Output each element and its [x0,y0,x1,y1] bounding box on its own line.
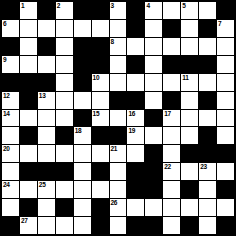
open-cell[interactable] [217,74,234,91]
clue-number: 11 [182,74,188,81]
block-cell [127,92,144,109]
open-cell[interactable] [56,20,73,37]
open-cell[interactable] [199,2,216,19]
block-cell [2,38,19,55]
open-cell[interactable] [145,127,162,144]
block-cell [20,92,37,109]
block-cell [110,127,127,144]
clue-number: 19 [128,127,135,134]
block-cell [145,110,162,127]
open-cell[interactable]: 15 [92,110,109,127]
clue-number: 3 [111,2,114,9]
block-cell [92,199,109,216]
open-cell[interactable] [199,38,216,55]
block-cell [217,181,234,198]
block-cell [20,74,37,91]
open-cell[interactable] [217,38,234,55]
open-cell[interactable] [163,2,180,19]
clue-number: 13 [39,92,46,99]
open-cell[interactable] [181,110,198,127]
open-cell[interactable]: 26 [110,199,127,216]
open-cell[interactable] [110,110,127,127]
open-cell[interactable]: 12 [2,92,19,109]
block-cell [199,20,216,37]
clue-number: 25 [39,181,46,188]
open-cell[interactable] [92,20,109,37]
open-cell[interactable]: 10 [92,74,109,91]
clue-number: 23 [200,163,207,170]
open-cell[interactable] [74,217,91,234]
open-cell[interactable] [199,181,216,198]
block-cell [181,56,198,73]
clue-number: 4 [146,2,149,9]
open-cell[interactable] [110,74,127,91]
block-cell [163,56,180,73]
clue-number: 7 [218,20,221,27]
clue-number: 9 [3,56,6,63]
block-cell [199,56,216,73]
clue-number: 24 [3,181,10,188]
open-cell[interactable]: 16 [127,110,144,127]
block-cell [127,217,144,234]
open-cell[interactable] [127,74,144,91]
clue-number: 18 [75,127,82,134]
open-cell[interactable] [145,20,162,37]
block-cell [74,2,91,19]
block-cell [199,92,216,109]
block-cell [92,2,109,19]
open-cell[interactable] [92,181,109,198]
open-cell[interactable] [163,181,180,198]
open-cell[interactable] [20,38,37,55]
open-cell[interactable] [163,145,180,162]
clue-number: 8 [111,38,114,45]
open-cell[interactable]: 27 [20,217,37,234]
block-cell [2,2,19,19]
block-cell [74,110,91,127]
open-cell[interactable]: 3 [110,2,127,19]
open-cell[interactable] [56,92,73,109]
open-cell[interactable] [56,74,73,91]
open-cell[interactable] [20,145,37,162]
block-cell [217,2,234,19]
block-cell [127,2,144,19]
block-cell [56,163,73,180]
open-cell[interactable]: 21 [110,145,127,162]
crossword-grid: 1234567891011121314151617181920212223242… [0,0,236,236]
clue-number: 12 [3,92,10,99]
open-cell[interactable] [110,163,127,180]
clue-number: 1 [21,2,24,9]
clue-number: 6 [3,20,6,27]
block-cell [20,163,37,180]
clue-number: 17 [164,110,171,117]
open-cell[interactable] [217,199,234,216]
open-cell[interactable] [74,92,91,109]
open-cell[interactable] [145,199,162,216]
open-cell[interactable] [181,127,198,144]
clue-number: 5 [182,2,185,9]
block-cell [74,56,91,73]
open-cell[interactable]: 11 [181,74,198,91]
open-cell[interactable] [163,38,180,55]
open-cell[interactable] [56,56,73,73]
block-cell [181,217,198,234]
block-cell [163,20,180,37]
open-cell[interactable] [110,20,127,37]
block-cell [145,217,162,234]
clue-number: 10 [93,74,100,81]
block-cell [199,127,216,144]
open-cell[interactable] [2,127,19,144]
open-cell[interactable] [181,38,198,55]
open-cell[interactable] [217,127,234,144]
block-cell [110,92,127,109]
block-cell [217,145,234,162]
open-cell[interactable] [92,92,109,109]
open-cell[interactable]: 24 [2,181,19,198]
clue-number: 2 [57,2,60,9]
block-cell [127,20,144,37]
open-cell[interactable] [74,181,91,198]
open-cell[interactable]: 6 [2,20,19,37]
open-cell[interactable] [56,145,73,162]
open-cell[interactable] [163,199,180,216]
crossword-screenshot: 1234567891011121314151617181920212223242… [0,0,236,236]
open-cell[interactable] [20,56,37,73]
block-cell [92,217,109,234]
open-cell[interactable] [145,38,162,55]
open-cell[interactable] [145,92,162,109]
open-cell[interactable] [2,199,19,216]
block-cell [145,181,162,198]
open-cell[interactable]: 5 [181,2,198,19]
open-cell[interactable] [56,110,73,127]
open-cell[interactable]: 25 [38,181,55,198]
open-cell[interactable] [38,127,55,144]
open-cell[interactable] [110,217,127,234]
block-cell [56,127,73,144]
open-cell[interactable] [56,217,73,234]
open-cell[interactable] [181,163,198,180]
clue-number: 20 [3,145,10,152]
open-cell[interactable]: 22 [163,163,180,180]
open-cell[interactable] [38,199,55,216]
block-cell [181,145,198,162]
open-cell[interactable] [74,20,91,37]
open-cell[interactable] [217,110,234,127]
open-cell[interactable] [127,145,144,162]
block-cell [38,2,55,19]
open-cell[interactable]: 19 [127,127,144,144]
open-cell[interactable]: 17 [163,110,180,127]
block-cell [127,56,144,73]
clue-number: 15 [93,110,100,117]
open-cell[interactable] [181,20,198,37]
open-cell[interactable]: 4 [145,2,162,19]
open-cell[interactable] [163,217,180,234]
block-cell [74,74,91,91]
open-cell[interactable] [217,163,234,180]
open-cell[interactable] [92,145,109,162]
block-cell [127,181,144,198]
open-cell[interactable] [74,199,91,216]
block-cell [163,92,180,109]
block-cell [38,163,55,180]
open-cell[interactable] [145,74,162,91]
open-cell[interactable] [20,20,37,37]
open-cell[interactable] [2,163,19,180]
block-cell [92,163,109,180]
block-cell [145,145,162,162]
open-cell[interactable] [74,163,91,180]
open-cell[interactable] [163,127,180,144]
open-cell[interactable] [199,199,216,216]
open-cell[interactable] [127,199,144,216]
clue-number: 14 [3,110,10,117]
open-cell[interactable] [217,56,234,73]
open-cell[interactable]: 8 [110,38,127,55]
open-cell[interactable]: 7 [217,20,234,37]
open-cell[interactable] [163,74,180,91]
clue-number: 21 [111,145,118,152]
block-cell [38,38,55,55]
open-cell[interactable] [199,74,216,91]
block-cell [2,217,19,234]
block-cell [181,181,198,198]
block-cell [127,163,144,180]
open-cell[interactable]: 20 [2,145,19,162]
open-cell[interactable] [127,38,144,55]
block-cell [56,199,73,216]
open-cell[interactable] [38,56,55,73]
open-cell[interactable] [74,145,91,162]
open-cell[interactable] [199,217,216,234]
block-cell [2,74,19,91]
block-cell [92,127,109,144]
open-cell[interactable] [181,199,198,216]
open-cell[interactable] [38,110,55,127]
open-cell[interactable]: 13 [38,92,55,109]
open-cell[interactable] [181,92,198,109]
open-cell[interactable]: 1 [20,2,37,19]
open-cell[interactable]: 9 [2,56,19,73]
block-cell [20,127,37,144]
open-cell[interactable] [38,20,55,37]
block-cell [20,199,37,216]
open-cell[interactable] [56,181,73,198]
open-cell[interactable] [199,110,216,127]
block-cell [199,145,216,162]
clue-number: 16 [128,110,135,117]
open-cell[interactable]: 23 [199,163,216,180]
open-cell[interactable] [217,92,234,109]
block-cell [38,74,55,91]
open-cell[interactable]: 2 [56,2,73,19]
open-cell[interactable] [20,110,37,127]
open-cell[interactable] [110,181,127,198]
open-cell[interactable] [110,56,127,73]
block-cell [92,38,109,55]
open-cell[interactable] [145,56,162,73]
clue-number: 27 [21,217,28,224]
open-cell[interactable]: 18 [74,127,91,144]
block-cell [217,217,234,234]
open-cell[interactable] [38,145,55,162]
block-cell [145,163,162,180]
clue-number: 22 [164,163,171,170]
block-cell [92,56,109,73]
clue-number: 26 [111,199,118,206]
open-cell[interactable] [20,181,37,198]
open-cell[interactable]: 14 [2,110,19,127]
block-cell [74,38,91,55]
open-cell[interactable] [56,38,73,55]
open-cell[interactable] [38,217,55,234]
